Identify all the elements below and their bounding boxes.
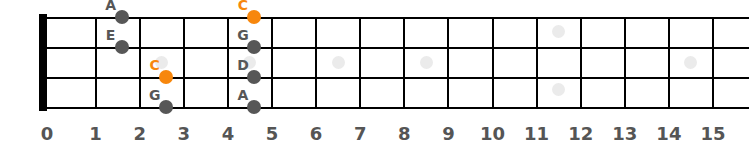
fret-number-row: 0123456789101112131415	[0, 0, 749, 146]
fret-number-11: 11	[524, 125, 549, 143]
fret-number-13: 13	[612, 125, 637, 143]
fret-number-7: 7	[354, 125, 367, 143]
fretboard-diagram: AECGCGDA 0123456789101112131415	[0, 0, 749, 146]
fret-number-2: 2	[133, 125, 146, 143]
fret-number-12: 12	[568, 125, 593, 143]
fret-number-0: 0	[41, 125, 54, 143]
fret-number-6: 6	[310, 125, 323, 143]
fret-number-10: 10	[480, 125, 505, 143]
fret-number-8: 8	[398, 125, 411, 143]
fret-number-3: 3	[178, 125, 191, 143]
fret-number-15: 15	[700, 125, 725, 143]
fret-number-5: 5	[266, 125, 279, 143]
fret-number-14: 14	[656, 125, 681, 143]
fret-number-1: 1	[89, 125, 102, 143]
fret-number-9: 9	[442, 125, 455, 143]
fret-number-4: 4	[222, 125, 235, 143]
